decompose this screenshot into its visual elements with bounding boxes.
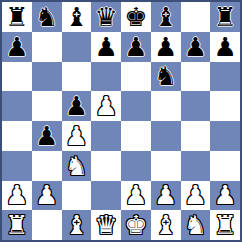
white-pawn[interactable]: ♟ <box>65 123 88 149</box>
square-b1[interactable] <box>32 210 62 240</box>
black-bishop[interactable]: ♝ <box>65 4 88 30</box>
square-f1[interactable]: ♝ <box>151 210 181 240</box>
square-c1[interactable]: ♝ <box>62 210 92 240</box>
white-pawn[interactable]: ♟ <box>5 182 28 208</box>
square-c6[interactable] <box>62 62 92 92</box>
square-f3[interactable] <box>151 151 181 181</box>
square-f4[interactable] <box>151 121 181 151</box>
square-g4[interactable] <box>181 121 211 151</box>
black-rook[interactable]: ♜ <box>213 4 236 30</box>
square-e5[interactable] <box>121 91 151 121</box>
white-rook[interactable]: ♜ <box>5 212 28 238</box>
square-a4[interactable] <box>2 121 32 151</box>
square-d6[interactable] <box>91 62 121 92</box>
black-bishop[interactable]: ♝ <box>154 4 177 30</box>
square-h2[interactable]: ♟ <box>210 181 240 211</box>
square-d4[interactable] <box>91 121 121 151</box>
black-pawn[interactable]: ♟ <box>154 34 177 60</box>
square-g7[interactable]: ♟ <box>181 32 211 62</box>
square-h6[interactable] <box>210 62 240 92</box>
square-e3[interactable] <box>121 151 151 181</box>
square-d1[interactable]: ♛ <box>91 210 121 240</box>
square-e6[interactable] <box>121 62 151 92</box>
square-b6[interactable] <box>32 62 62 92</box>
white-pawn[interactable]: ♟ <box>154 182 177 208</box>
square-c5[interactable]: ♟ <box>62 91 92 121</box>
square-b2[interactable]: ♟ <box>32 181 62 211</box>
square-e4[interactable] <box>121 121 151 151</box>
square-b8[interactable]: ♞ <box>32 2 62 32</box>
square-g3[interactable] <box>181 151 211 181</box>
square-c4[interactable]: ♟ <box>62 121 92 151</box>
square-a1[interactable]: ♜ <box>2 210 32 240</box>
white-rook[interactable]: ♜ <box>213 212 236 238</box>
square-h4[interactable] <box>210 121 240 151</box>
square-a8[interactable]: ♜ <box>2 2 32 32</box>
square-h8[interactable]: ♜ <box>210 2 240 32</box>
square-f8[interactable]: ♝ <box>151 2 181 32</box>
square-a2[interactable]: ♟ <box>2 181 32 211</box>
square-h5[interactable] <box>210 91 240 121</box>
white-pawn[interactable]: ♟ <box>124 182 147 208</box>
square-b5[interactable] <box>32 91 62 121</box>
square-g5[interactable] <box>181 91 211 121</box>
white-pawn[interactable]: ♟ <box>94 93 117 119</box>
square-g8[interactable] <box>181 2 211 32</box>
square-g1[interactable]: ♞ <box>181 210 211 240</box>
square-b3[interactable] <box>32 151 62 181</box>
square-d2[interactable] <box>91 181 121 211</box>
square-e7[interactable]: ♟ <box>121 32 151 62</box>
black-pawn[interactable]: ♟ <box>213 34 236 60</box>
square-c3[interactable]: ♞ <box>62 151 92 181</box>
white-knight[interactable]: ♞ <box>184 212 207 238</box>
square-h7[interactable]: ♟ <box>210 32 240 62</box>
chess-board: ♜♞♝♛♚♝♜♟♟♟♟♟♟♞♟♟♟♟♞♟♟♟♟♟♟♜♝♛♚♝♞♜ <box>0 0 242 242</box>
square-f5[interactable] <box>151 91 181 121</box>
square-e1[interactable]: ♚ <box>121 210 151 240</box>
white-pawn[interactable]: ♟ <box>213 182 236 208</box>
square-h3[interactable] <box>210 151 240 181</box>
black-king[interactable]: ♚ <box>124 4 147 30</box>
square-a3[interactable] <box>2 151 32 181</box>
square-a7[interactable]: ♟ <box>2 32 32 62</box>
black-pawn[interactable]: ♟ <box>94 34 117 60</box>
square-f6[interactable]: ♞ <box>151 62 181 92</box>
square-a6[interactable] <box>2 62 32 92</box>
black-pawn[interactable]: ♟ <box>65 93 88 119</box>
square-b4[interactable]: ♟ <box>32 121 62 151</box>
chess-board-container: ♜♞♝♛♚♝♜♟♟♟♟♟♟♞♟♟♟♟♞♟♟♟♟♟♟♜♝♛♚♝♞♜ <box>0 0 242 242</box>
black-knight[interactable]: ♞ <box>35 4 58 30</box>
black-pawn[interactable]: ♟ <box>35 123 58 149</box>
square-c2[interactable] <box>62 181 92 211</box>
white-king[interactable]: ♚ <box>124 212 147 238</box>
white-knight[interactable]: ♞ <box>65 153 88 179</box>
square-h1[interactable]: ♜ <box>210 210 240 240</box>
white-bishop[interactable]: ♝ <box>65 212 88 238</box>
black-rook[interactable]: ♜ <box>5 4 28 30</box>
white-bishop[interactable]: ♝ <box>154 212 177 238</box>
square-c7[interactable] <box>62 32 92 62</box>
square-d7[interactable]: ♟ <box>91 32 121 62</box>
square-g6[interactable] <box>181 62 211 92</box>
square-e8[interactable]: ♚ <box>121 2 151 32</box>
black-pawn[interactable]: ♟ <box>184 34 207 60</box>
square-d8[interactable]: ♛ <box>91 2 121 32</box>
square-g2[interactable]: ♟ <box>181 181 211 211</box>
white-pawn[interactable]: ♟ <box>35 182 58 208</box>
black-pawn[interactable]: ♟ <box>5 34 28 60</box>
white-queen[interactable]: ♛ <box>94 212 117 238</box>
square-e2[interactable]: ♟ <box>121 181 151 211</box>
square-f7[interactable]: ♟ <box>151 32 181 62</box>
white-pawn[interactable]: ♟ <box>184 182 207 208</box>
black-queen[interactable]: ♛ <box>94 4 117 30</box>
square-d3[interactable] <box>91 151 121 181</box>
square-b7[interactable] <box>32 32 62 62</box>
square-c8[interactable]: ♝ <box>62 2 92 32</box>
square-d5[interactable]: ♟ <box>91 91 121 121</box>
black-knight[interactable]: ♞ <box>154 63 177 89</box>
black-pawn[interactable]: ♟ <box>124 34 147 60</box>
square-a5[interactable] <box>2 91 32 121</box>
square-f2[interactable]: ♟ <box>151 181 181 211</box>
